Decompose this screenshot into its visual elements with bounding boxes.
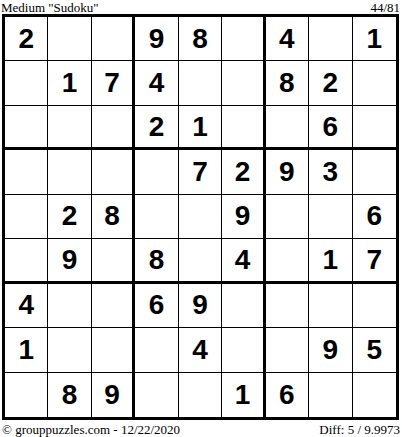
- cell-r9c3[interactable]: 9: [92, 373, 135, 417]
- sudoku-grid: 2984117482216729328969841746914958916: [2, 14, 399, 420]
- cell-r8c9[interactable]: 5: [353, 328, 396, 372]
- cell-r3c8[interactable]: 6: [309, 106, 352, 150]
- cell-r5c5[interactable]: [179, 195, 222, 239]
- cell-r6c9[interactable]: 7: [353, 239, 396, 283]
- cell-r1c8[interactable]: [309, 17, 352, 61]
- cell-r7c1[interactable]: 4: [5, 284, 48, 328]
- cell-r7c2[interactable]: [48, 284, 91, 328]
- cell-r6c1[interactable]: [5, 239, 48, 283]
- cell-r6c5[interactable]: [179, 239, 222, 283]
- cell-r5c4[interactable]: [135, 195, 178, 239]
- cell-r5c9[interactable]: 6: [353, 195, 396, 239]
- cell-r1c7[interactable]: 4: [266, 17, 309, 61]
- cell-r3c6[interactable]: [222, 106, 265, 150]
- cell-r6c8[interactable]: 1: [309, 239, 352, 283]
- cell-r1c1[interactable]: 2: [5, 17, 48, 61]
- cell-r9c5[interactable]: [179, 373, 222, 417]
- cell-r2c9[interactable]: [353, 61, 396, 105]
- cell-r3c7[interactable]: [266, 106, 309, 150]
- cell-r4c1[interactable]: [5, 150, 48, 194]
- cell-r1c4[interactable]: 9: [135, 17, 178, 61]
- cell-r3c2[interactable]: [48, 106, 91, 150]
- cell-r8c7[interactable]: [266, 328, 309, 372]
- cell-r4c2[interactable]: [48, 150, 91, 194]
- cell-r1c5[interactable]: 8: [179, 17, 222, 61]
- cell-r7c8[interactable]: [309, 284, 352, 328]
- cell-r4c9[interactable]: [353, 150, 396, 194]
- cell-r9c4[interactable]: [135, 373, 178, 417]
- cell-r2c8[interactable]: 2: [309, 61, 352, 105]
- cell-r2c2[interactable]: 1: [48, 61, 91, 105]
- cell-r4c4[interactable]: [135, 150, 178, 194]
- cell-r4c7[interactable]: 9: [266, 150, 309, 194]
- cell-r7c4[interactable]: 6: [135, 284, 178, 328]
- cell-r3c5[interactable]: 1: [179, 106, 222, 150]
- cell-r1c6[interactable]: [222, 17, 265, 61]
- cell-r2c3[interactable]: 7: [92, 61, 135, 105]
- cell-r5c2[interactable]: 2: [48, 195, 91, 239]
- cell-r7c9[interactable]: [353, 284, 396, 328]
- cell-r9c1[interactable]: [5, 373, 48, 417]
- cell-r9c9[interactable]: [353, 373, 396, 417]
- cell-r7c7[interactable]: [266, 284, 309, 328]
- cell-r7c3[interactable]: [92, 284, 135, 328]
- cell-r3c3[interactable]: [92, 106, 135, 150]
- cell-r2c4[interactable]: 4: [135, 61, 178, 105]
- cell-r1c9[interactable]: 1: [353, 17, 396, 61]
- cell-r3c1[interactable]: [5, 106, 48, 150]
- cell-r1c3[interactable]: [92, 17, 135, 61]
- empty-cells-counter: 44/81: [370, 1, 400, 14]
- page-title: Medium "Sudoku": [1, 1, 99, 14]
- cell-r2c5[interactable]: [179, 61, 222, 105]
- cell-r4c5[interactable]: 7: [179, 150, 222, 194]
- cell-r9c2[interactable]: 8: [48, 373, 91, 417]
- cell-r8c2[interactable]: [48, 328, 91, 372]
- copyright-credit: © grouppuzzles.com - 12/22/2020: [2, 423, 180, 436]
- cell-r5c7[interactable]: [266, 195, 309, 239]
- cell-r2c6[interactable]: [222, 61, 265, 105]
- cell-r2c1[interactable]: [5, 61, 48, 105]
- cell-r8c5[interactable]: 4: [179, 328, 222, 372]
- cell-r3c4[interactable]: 2: [135, 106, 178, 150]
- cell-r6c6[interactable]: 4: [222, 239, 265, 283]
- cell-r6c2[interactable]: 9: [48, 239, 91, 283]
- cell-r5c8[interactable]: [309, 195, 352, 239]
- cell-r9c7[interactable]: 6: [266, 373, 309, 417]
- cell-r5c6[interactable]: 9: [222, 195, 265, 239]
- difficulty-label: Diff: 5 / 9.9973: [319, 423, 400, 436]
- cell-r8c1[interactable]: 1: [5, 328, 48, 372]
- cell-r2c7[interactable]: 8: [266, 61, 309, 105]
- cell-r6c7[interactable]: [266, 239, 309, 283]
- cell-r4c3[interactable]: [92, 150, 135, 194]
- cell-r8c4[interactable]: [135, 328, 178, 372]
- cell-r9c8[interactable]: [309, 373, 352, 417]
- cell-r1c2[interactable]: [48, 17, 91, 61]
- cell-r8c3[interactable]: [92, 328, 135, 372]
- cell-r6c4[interactable]: 8: [135, 239, 178, 283]
- cell-r5c1[interactable]: [5, 195, 48, 239]
- footer: © grouppuzzles.com - 12/22/2020 Diff: 5 …: [0, 420, 402, 437]
- cell-r9c6[interactable]: 1: [222, 373, 265, 417]
- cell-r3c9[interactable]: [353, 106, 396, 150]
- cell-r4c6[interactable]: 2: [222, 150, 265, 194]
- cell-r7c5[interactable]: 9: [179, 284, 222, 328]
- cell-r4c8[interactable]: 3: [309, 150, 352, 194]
- cell-r8c8[interactable]: 9: [309, 328, 352, 372]
- cell-r8c6[interactable]: [222, 328, 265, 372]
- cell-r5c3[interactable]: 8: [92, 195, 135, 239]
- cell-r6c3[interactable]: [92, 239, 135, 283]
- cell-r7c6[interactable]: [222, 284, 265, 328]
- header: Medium "Sudoku" 44/81: [0, 0, 402, 14]
